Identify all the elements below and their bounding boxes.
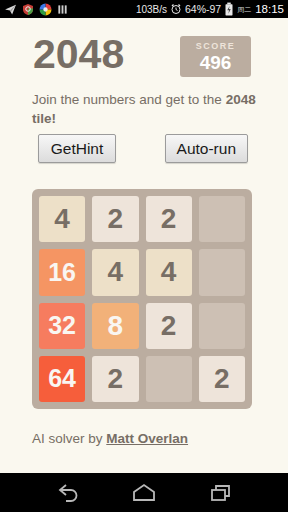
tile-16: 16	[39, 249, 85, 295]
network-speed: 103B/s	[136, 4, 167, 15]
battery-percent: 64%-97	[185, 3, 221, 15]
empty-cell	[199, 196, 245, 242]
home-button[interactable]	[131, 480, 157, 506]
notification-icons	[4, 3, 68, 16]
tile-4: 4	[92, 249, 138, 295]
button-row: GetHint Auto-run	[38, 134, 248, 163]
score-value: 496	[200, 52, 232, 73]
tile-4: 4	[146, 249, 192, 295]
page-title: 2048	[33, 30, 124, 78]
weekday-label: 周二	[237, 6, 252, 13]
recents-icon	[208, 481, 232, 505]
get-hint-button[interactable]: GetHint	[38, 134, 116, 163]
bars-icon	[57, 3, 68, 16]
android-nav-bar	[0, 473, 288, 512]
alarm-clock-icon	[170, 3, 182, 15]
empty-cell	[199, 249, 245, 295]
status-bar: 103B/s 64%-97 周二 18:15	[0, 0, 288, 18]
empty-cell	[199, 303, 245, 349]
tile-2: 2	[146, 196, 192, 242]
credit-line: AI solver by Matt Overlan	[32, 431, 188, 446]
intro-text: Join the numbers and get to the 2048 til…	[32, 90, 258, 128]
home-icon	[131, 481, 157, 505]
author-link[interactable]: Matt Overlan	[106, 431, 188, 446]
battery-icon	[224, 2, 234, 16]
board-grid[interactable]: 422164432826422	[32, 189, 252, 409]
tile-64: 64	[39, 356, 85, 402]
credit-prefix: AI solver by	[32, 431, 106, 446]
recents-button[interactable]	[207, 480, 233, 506]
tile-4: 4	[39, 196, 85, 242]
paper-plane-icon	[4, 3, 17, 16]
tile-32: 32	[39, 303, 85, 349]
pinwheel-icon	[39, 3, 52, 16]
score-box: SCORE 496	[180, 36, 251, 77]
back-button[interactable]	[55, 480, 81, 506]
intro-normal: Join the numbers and get to the	[32, 92, 226, 107]
tile-2: 2	[146, 303, 192, 349]
score-label: SCORE	[196, 41, 236, 52]
back-icon	[56, 481, 80, 505]
auto-run-button[interactable]: Auto-run	[165, 134, 248, 163]
tile-2: 2	[199, 356, 245, 402]
clock-time: 18:15	[255, 3, 284, 15]
tile-8: 8	[92, 303, 138, 349]
empty-cell	[146, 356, 192, 402]
tile-2: 2	[92, 196, 138, 242]
tile-2: 2	[92, 356, 138, 402]
shield-icon	[22, 3, 34, 16]
